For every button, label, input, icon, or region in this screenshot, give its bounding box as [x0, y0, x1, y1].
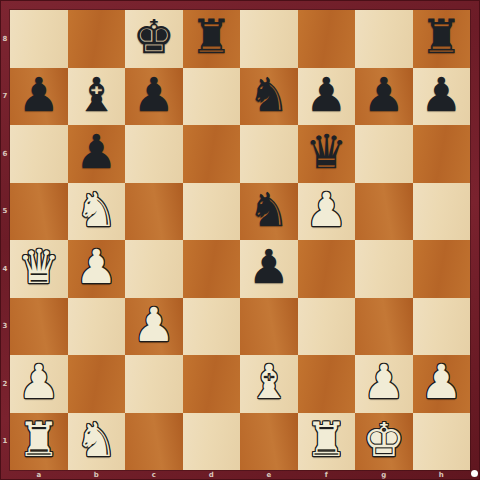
square-e2[interactable]: ♝: [240, 355, 298, 413]
rank-label-1: 1: [0, 413, 10, 471]
square-d1[interactable]: [183, 413, 241, 471]
square-d6[interactable]: [183, 125, 241, 183]
piece-white-bishop[interactable]: ♝: [248, 358, 290, 405]
square-c4[interactable]: [125, 240, 183, 298]
piece-black-bishop[interactable]: ♝: [75, 71, 117, 118]
piece-white-knight[interactable]: ♞: [75, 416, 117, 463]
square-c2[interactable]: [125, 355, 183, 413]
square-e3[interactable]: [240, 298, 298, 356]
square-a4[interactable]: ♛: [10, 240, 68, 298]
file-label-g: g: [355, 470, 413, 480]
rank-label-4: 4: [0, 240, 10, 298]
chess-board: ♚♜♜♟♝♟♞♟♟♟♟♛♞♞♟♛♟♟♟♟♝♟♟♜♞♜♚ 87654321 abc…: [0, 0, 480, 480]
file-label-f: f: [298, 470, 356, 480]
square-h2[interactable]: ♟: [413, 355, 471, 413]
square-d2[interactable]: [183, 355, 241, 413]
file-labels: abcdefgh: [10, 470, 470, 480]
file-label-b: b: [68, 470, 126, 480]
square-f4[interactable]: [298, 240, 356, 298]
file-label-c: c: [125, 470, 183, 480]
square-a7[interactable]: ♟: [10, 68, 68, 126]
square-f5[interactable]: ♟: [298, 183, 356, 241]
square-c7[interactable]: ♟: [125, 68, 183, 126]
square-e5[interactable]: ♞: [240, 183, 298, 241]
piece-white-rook[interactable]: ♜: [18, 416, 60, 463]
piece-black-pawn[interactable]: ♟: [420, 71, 462, 118]
piece-black-knight[interactable]: ♞: [248, 71, 290, 118]
square-b2[interactable]: [68, 355, 126, 413]
square-c6[interactable]: [125, 125, 183, 183]
file-label-d: d: [183, 470, 241, 480]
square-e4[interactable]: ♟: [240, 240, 298, 298]
piece-black-pawn[interactable]: ♟: [75, 128, 117, 175]
square-e6[interactable]: [240, 125, 298, 183]
square-g7[interactable]: ♟: [355, 68, 413, 126]
square-a6[interactable]: [10, 125, 68, 183]
square-g2[interactable]: ♟: [355, 355, 413, 413]
square-e7[interactable]: ♞: [240, 68, 298, 126]
square-b4[interactable]: ♟: [68, 240, 126, 298]
square-g6[interactable]: [355, 125, 413, 183]
piece-white-rook[interactable]: ♜: [305, 416, 347, 463]
piece-white-queen[interactable]: ♛: [18, 243, 60, 290]
rank-label-7: 7: [0, 68, 10, 126]
white-to-move-indicator: [471, 470, 478, 477]
piece-white-pawn[interactable]: ♟: [133, 301, 175, 348]
piece-black-rook[interactable]: ♜: [420, 13, 462, 60]
piece-black-pawn[interactable]: ♟: [248, 243, 290, 290]
piece-white-knight[interactable]: ♞: [75, 186, 117, 233]
rank-label-5: 5: [0, 183, 10, 241]
square-c1[interactable]: [125, 413, 183, 471]
square-g3[interactable]: [355, 298, 413, 356]
rank-label-2: 2: [0, 355, 10, 413]
square-c8[interactable]: ♚: [125, 10, 183, 68]
square-g1[interactable]: ♚: [355, 413, 413, 471]
square-h8[interactable]: ♜: [413, 10, 471, 68]
piece-white-pawn[interactable]: ♟: [420, 358, 462, 405]
square-a5[interactable]: [10, 183, 68, 241]
square-d4[interactable]: [183, 240, 241, 298]
square-b1[interactable]: ♞: [68, 413, 126, 471]
square-f6[interactable]: ♛: [298, 125, 356, 183]
square-h4[interactable]: [413, 240, 471, 298]
square-d7[interactable]: [183, 68, 241, 126]
square-f1[interactable]: ♜: [298, 413, 356, 471]
square-e1[interactable]: [240, 413, 298, 471]
square-b7[interactable]: ♝: [68, 68, 126, 126]
square-f3[interactable]: [298, 298, 356, 356]
piece-black-pawn[interactable]: ♟: [305, 71, 347, 118]
square-h5[interactable]: [413, 183, 471, 241]
square-c3[interactable]: ♟: [125, 298, 183, 356]
rank-label-6: 6: [0, 125, 10, 183]
square-a8[interactable]: [10, 10, 68, 68]
square-e8[interactable]: [240, 10, 298, 68]
piece-white-pawn[interactable]: ♟: [75, 243, 117, 290]
piece-white-king[interactable]: ♚: [363, 416, 405, 463]
piece-black-pawn[interactable]: ♟: [363, 71, 405, 118]
square-c5[interactable]: [125, 183, 183, 241]
piece-white-pawn[interactable]: ♟: [18, 358, 60, 405]
square-d3[interactable]: [183, 298, 241, 356]
piece-black-queen[interactable]: ♛: [305, 128, 347, 175]
square-a1[interactable]: ♜: [10, 413, 68, 471]
square-f8[interactable]: [298, 10, 356, 68]
square-b6[interactable]: ♟: [68, 125, 126, 183]
piece-black-pawn[interactable]: ♟: [18, 71, 60, 118]
rank-label-8: 8: [0, 10, 10, 68]
square-g5[interactable]: [355, 183, 413, 241]
rank-label-3: 3: [0, 298, 10, 356]
square-a2[interactable]: ♟: [10, 355, 68, 413]
square-f2[interactable]: [298, 355, 356, 413]
rank-labels: 87654321: [0, 10, 10, 470]
square-h6[interactable]: [413, 125, 471, 183]
piece-black-knight[interactable]: ♞: [248, 186, 290, 233]
file-label-a: a: [10, 470, 68, 480]
square-h1[interactable]: [413, 413, 471, 471]
square-d8[interactable]: ♜: [183, 10, 241, 68]
square-b8[interactable]: [68, 10, 126, 68]
piece-white-pawn[interactable]: ♟: [305, 186, 347, 233]
square-h7[interactable]: ♟: [413, 68, 471, 126]
square-d5[interactable]: [183, 183, 241, 241]
file-label-e: e: [240, 470, 298, 480]
square-b5[interactable]: ♞: [68, 183, 126, 241]
piece-black-king[interactable]: ♚: [133, 13, 175, 60]
square-g8[interactable]: [355, 10, 413, 68]
square-g4[interactable]: [355, 240, 413, 298]
piece-black-rook[interactable]: ♜: [190, 13, 232, 60]
square-h3[interactable]: [413, 298, 471, 356]
piece-black-pawn[interactable]: ♟: [133, 71, 175, 118]
piece-white-pawn[interactable]: ♟: [363, 358, 405, 405]
square-a3[interactable]: [10, 298, 68, 356]
square-b3[interactable]: [68, 298, 126, 356]
square-f7[interactable]: ♟: [298, 68, 356, 126]
file-label-h: h: [413, 470, 471, 480]
squares-grid: ♚♜♜♟♝♟♞♟♟♟♟♛♞♞♟♛♟♟♟♟♝♟♟♜♞♜♚: [10, 10, 470, 470]
